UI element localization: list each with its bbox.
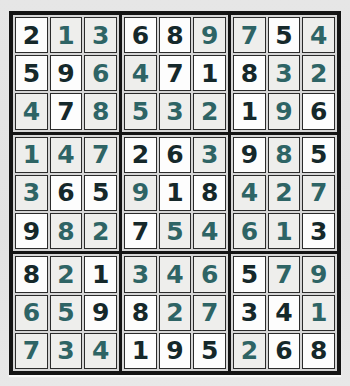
sudoku-box-9: 579341268: [231, 254, 337, 371]
cell-r5c9[interactable]: 7: [302, 175, 335, 211]
sudoku-box-6: 985427613: [231, 135, 337, 252]
cell-r6c8[interactable]: 1: [268, 213, 301, 249]
cell-r9c8[interactable]: 6: [268, 333, 301, 369]
cell-r7c8[interactable]: 7: [268, 256, 301, 292]
cell-r1c5[interactable]: 8: [159, 17, 192, 53]
cell-r3c3[interactable]: 8: [84, 93, 117, 129]
cell-r4c5[interactable]: 6: [159, 137, 192, 173]
cell-r1c3[interactable]: 3: [84, 17, 117, 53]
cell-r4c4[interactable]: 2: [124, 137, 157, 173]
cell-r6c5[interactable]: 5: [159, 213, 192, 249]
cell-r5c3[interactable]: 5: [84, 175, 117, 211]
cell-r3c2[interactable]: 7: [50, 93, 83, 129]
cell-r9c9[interactable]: 8: [302, 333, 335, 369]
cell-r8c7[interactable]: 3: [233, 295, 266, 331]
cell-r5c4[interactable]: 9: [124, 175, 157, 211]
cell-r8c6[interactable]: 7: [193, 295, 226, 331]
cell-r2c3[interactable]: 6: [84, 55, 117, 91]
cell-r7c1[interactable]: 8: [15, 256, 48, 292]
cell-r7c6[interactable]: 6: [193, 256, 226, 292]
cell-r7c5[interactable]: 4: [159, 256, 192, 292]
cell-r2c4[interactable]: 4: [124, 55, 157, 91]
cell-r3c8[interactable]: 9: [268, 93, 301, 129]
cell-r9c3[interactable]: 4: [84, 333, 117, 369]
cell-r9c4[interactable]: 1: [124, 333, 157, 369]
cell-r3c6[interactable]: 2: [193, 93, 226, 129]
cell-r8c2[interactable]: 5: [50, 295, 83, 331]
sudoku-box-7: 821659734: [13, 254, 119, 371]
cell-r1c4[interactable]: 6: [124, 17, 157, 53]
cell-r5c8[interactable]: 2: [268, 175, 301, 211]
cell-r6c6[interactable]: 4: [193, 213, 226, 249]
sudoku-box-1: 213596478: [13, 15, 119, 132]
cell-r7c4[interactable]: 3: [124, 256, 157, 292]
cell-r1c9[interactable]: 4: [302, 17, 335, 53]
cell-r7c3[interactable]: 1: [84, 256, 117, 292]
cell-r2c7[interactable]: 8: [233, 55, 266, 91]
cell-r4c7[interactable]: 9: [233, 137, 266, 173]
cell-r5c5[interactable]: 1: [159, 175, 192, 211]
cell-r6c7[interactable]: 6: [233, 213, 266, 249]
cell-r1c6[interactable]: 9: [193, 17, 226, 53]
cell-r4c8[interactable]: 8: [268, 137, 301, 173]
cell-r4c9[interactable]: 5: [302, 137, 335, 173]
cell-r1c7[interactable]: 7: [233, 17, 266, 53]
cell-r1c8[interactable]: 5: [268, 17, 301, 53]
cell-r2c8[interactable]: 3: [268, 55, 301, 91]
cell-r2c1[interactable]: 5: [15, 55, 48, 91]
cell-r5c1[interactable]: 3: [15, 175, 48, 211]
cell-r9c2[interactable]: 3: [50, 333, 83, 369]
cell-r3c1[interactable]: 4: [15, 93, 48, 129]
sudoku-box-3: 754832196: [231, 15, 337, 132]
cell-r6c1[interactable]: 9: [15, 213, 48, 249]
cell-r1c2[interactable]: 1: [50, 17, 83, 53]
cell-r6c4[interactable]: 7: [124, 213, 157, 249]
cell-r2c9[interactable]: 2: [302, 55, 335, 91]
cell-r3c4[interactable]: 5: [124, 93, 157, 129]
cell-r9c6[interactable]: 5: [193, 333, 226, 369]
cell-r5c6[interactable]: 8: [193, 175, 226, 211]
cell-r8c4[interactable]: 8: [124, 295, 157, 331]
cell-r3c9[interactable]: 6: [302, 93, 335, 129]
cell-r4c6[interactable]: 3: [193, 137, 226, 173]
cell-r7c9[interactable]: 9: [302, 256, 335, 292]
cell-r8c1[interactable]: 6: [15, 295, 48, 331]
cell-r3c7[interactable]: 1: [233, 93, 266, 129]
sudoku-board: 2135964786894715327548321961473659822639…: [9, 11, 341, 375]
cell-r6c9[interactable]: 3: [302, 213, 335, 249]
cell-r3c5[interactable]: 3: [159, 93, 192, 129]
cell-r8c5[interactable]: 2: [159, 295, 192, 331]
cell-r9c1[interactable]: 7: [15, 333, 48, 369]
cell-r7c2[interactable]: 2: [50, 256, 83, 292]
cell-r6c2[interactable]: 8: [50, 213, 83, 249]
cell-r4c1[interactable]: 1: [15, 137, 48, 173]
cell-r8c8[interactable]: 4: [268, 295, 301, 331]
cell-r1c1[interactable]: 2: [15, 17, 48, 53]
cell-r6c3[interactable]: 2: [84, 213, 117, 249]
cell-r5c7[interactable]: 4: [233, 175, 266, 211]
sudoku-box-8: 346827195: [122, 254, 228, 371]
cell-r2c6[interactable]: 1: [193, 55, 226, 91]
cell-r7c7[interactable]: 5: [233, 256, 266, 292]
sudoku-box-4: 147365982: [13, 135, 119, 252]
cell-r2c2[interactable]: 9: [50, 55, 83, 91]
cell-r5c2[interactable]: 6: [50, 175, 83, 211]
sudoku-box-5: 263918754: [122, 135, 228, 252]
cell-r4c3[interactable]: 7: [84, 137, 117, 173]
page-background: 2135964786894715327548321961473659822639…: [0, 0, 350, 386]
cell-r8c3[interactable]: 9: [84, 295, 117, 331]
cell-r9c7[interactable]: 2: [233, 333, 266, 369]
cell-r8c9[interactable]: 1: [302, 295, 335, 331]
cell-r4c2[interactable]: 4: [50, 137, 83, 173]
cell-r9c5[interactable]: 9: [159, 333, 192, 369]
sudoku-box-2: 689471532: [122, 15, 228, 132]
cell-r2c5[interactable]: 7: [159, 55, 192, 91]
